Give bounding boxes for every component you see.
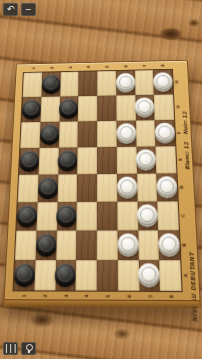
square-C6[interactable]: [117, 202, 138, 231]
square-E3[interactable]: [58, 147, 78, 174]
square-H3[interactable]: [60, 72, 79, 97]
black-piece[interactable]: [37, 177, 57, 197]
square-D2[interactable]: [37, 174, 57, 202]
square-C2[interactable]: [36, 202, 57, 231]
square-C3[interactable]: [56, 202, 77, 231]
square-B5[interactable]: [97, 230, 118, 260]
square-B3[interactable]: [56, 231, 77, 261]
zoom-button[interactable]: [21, 342, 36, 355]
black-piece[interactable]: [14, 263, 36, 285]
minimize-button[interactable]: −: [21, 3, 36, 16]
square-D1[interactable]: [18, 175, 39, 203]
black-piece[interactable]: [59, 99, 78, 117]
square-A1[interactable]: [14, 260, 36, 290]
square-F1[interactable]: [20, 122, 40, 148]
black-piece[interactable]: [39, 124, 59, 143]
square-G6[interactable]: [116, 95, 135, 121]
white-piece[interactable]: [137, 204, 158, 225]
magnifier-icon: [25, 344, 33, 353]
square-D5[interactable]: [97, 174, 117, 202]
square-A4[interactable]: [76, 260, 97, 291]
square-A3[interactable]: [55, 260, 76, 291]
black-piece[interactable]: [22, 99, 42, 117]
white-piece[interactable]: [155, 123, 175, 142]
square-D8[interactable]: [156, 173, 177, 201]
score-text: Blanc: 12 Noir: 12: [180, 92, 193, 191]
black-piece[interactable]: [58, 150, 78, 169]
square-H5[interactable]: [97, 71, 116, 96]
square-B7[interactable]: [138, 230, 160, 260]
undo-button[interactable]: ↶: [3, 3, 18, 16]
white-piece[interactable]: [156, 176, 177, 196]
file-labels-bottom: 12345678: [13, 290, 182, 302]
square-C4[interactable]: [77, 202, 97, 231]
white-piece[interactable]: [116, 123, 136, 142]
square-E1[interactable]: [19, 148, 39, 175]
black-piece[interactable]: [35, 234, 56, 255]
square-G2[interactable]: [40, 97, 60, 122]
black-piece[interactable]: [41, 75, 60, 93]
white-piece[interactable]: [135, 97, 155, 115]
square-E2[interactable]: [38, 148, 58, 175]
minus-icon: −: [26, 5, 32, 15]
white-piece[interactable]: [158, 233, 180, 254]
square-H8[interactable]: [153, 70, 173, 95]
square-B6[interactable]: [117, 230, 138, 260]
square-H2[interactable]: [41, 72, 60, 97]
square-C5[interactable]: [97, 202, 117, 231]
square-F5[interactable]: [97, 121, 116, 147]
app-screen: ↶ − 12345678 12345678 HGFEDCBA Blanc: 12…: [0, 0, 202, 359]
square-B8[interactable]: [158, 230, 180, 260]
checkers-board-3d: 12345678 12345678 HGFEDCBA Blanc: 12 Noi…: [3, 60, 201, 308]
white-piece[interactable]: [117, 177, 138, 197]
square-D4[interactable]: [77, 174, 97, 202]
square-H7[interactable]: [134, 70, 154, 95]
white-piece[interactable]: [117, 233, 138, 254]
black-piece[interactable]: [55, 263, 76, 285]
level-label: NIVEAU DEBUTANT: [186, 230, 200, 346]
square-G3[interactable]: [59, 96, 78, 122]
square-F7[interactable]: [135, 120, 155, 146]
square-D7[interactable]: [137, 174, 158, 202]
square-B1[interactable]: [15, 231, 36, 260]
square-E5[interactable]: [97, 147, 117, 174]
square-G1[interactable]: [21, 97, 41, 122]
square-G7[interactable]: [135, 95, 155, 121]
square-B2[interactable]: [35, 231, 56, 260]
square-F8[interactable]: [155, 120, 176, 147]
square-E8[interactable]: [156, 146, 177, 173]
white-piece[interactable]: [136, 149, 157, 169]
board-grid: [14, 70, 182, 291]
black-piece[interactable]: [19, 151, 39, 170]
square-G8[interactable]: [154, 94, 174, 120]
black-score-label: Noir: 12: [182, 112, 189, 135]
square-C1[interactable]: [16, 202, 37, 231]
square-G5[interactable]: [97, 95, 116, 121]
black-piece[interactable]: [56, 205, 77, 225]
square-E7[interactable]: [136, 146, 156, 173]
square-D3[interactable]: [57, 174, 77, 202]
square-A7[interactable]: [138, 260, 160, 291]
square-D6[interactable]: [117, 174, 137, 202]
menu-bars-icon: |||: [4, 345, 17, 353]
square-A6[interactable]: [118, 260, 139, 291]
board-frame: 12345678 12345678 HGFEDCBA Blanc: 12 Noi…: [3, 60, 201, 308]
square-F3[interactable]: [58, 121, 78, 147]
square-A2[interactable]: [34, 260, 56, 290]
menu-button[interactable]: |||: [3, 342, 18, 355]
square-B4[interactable]: [76, 230, 97, 260]
square-F6[interactable]: [116, 121, 136, 147]
white-piece[interactable]: [138, 263, 160, 285]
square-E4[interactable]: [77, 147, 97, 174]
white-score-label: Blanc: 12: [183, 142, 190, 170]
square-H4[interactable]: [78, 71, 97, 96]
square-H1[interactable]: [23, 72, 42, 97]
undo-icon: ↶: [7, 5, 15, 14]
white-piece[interactable]: [153, 72, 173, 90]
white-piece[interactable]: [116, 73, 135, 91]
square-C8[interactable]: [157, 201, 179, 230]
square-F2[interactable]: [39, 122, 59, 148]
square-A5[interactable]: [97, 260, 118, 291]
square-G4[interactable]: [78, 96, 97, 122]
square-E6[interactable]: [117, 147, 137, 174]
black-piece[interactable]: [16, 205, 37, 225]
square-F4[interactable]: [78, 121, 97, 147]
square-A8[interactable]: [159, 260, 181, 291]
square-H6[interactable]: [116, 70, 135, 95]
square-C7[interactable]: [137, 201, 158, 230]
